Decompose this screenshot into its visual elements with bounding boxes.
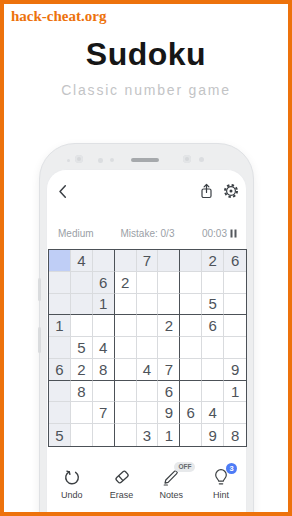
cell-r4c4[interactable] bbox=[115, 315, 137, 337]
cell-r1c4[interactable] bbox=[115, 250, 137, 272]
cell-r5c6[interactable] bbox=[158, 337, 180, 359]
bezel-sensor-dot bbox=[98, 158, 103, 163]
timer: 00:03 bbox=[202, 228, 227, 239]
cell-r9c1[interactable]: 5 bbox=[49, 424, 71, 446]
undo-label: Undo bbox=[61, 490, 83, 500]
cell-r8c6[interactable]: 9 bbox=[158, 402, 180, 424]
hint-button[interactable]: 3 Hint bbox=[198, 467, 244, 500]
nav-bar bbox=[57, 183, 238, 199]
cell-r6c2[interactable]: 2 bbox=[71, 359, 93, 381]
cell-r1c1[interactable] bbox=[49, 250, 71, 272]
cell-r7c8[interactable] bbox=[202, 381, 224, 403]
bezel-sensor-dot bbox=[110, 158, 114, 162]
pause-icon[interactable] bbox=[230, 229, 237, 238]
cell-r4c7[interactable] bbox=[180, 315, 202, 337]
settings-gear-icon[interactable] bbox=[224, 184, 238, 198]
undo-button[interactable]: Undo bbox=[49, 467, 95, 500]
cell-r2c9[interactable] bbox=[224, 272, 246, 294]
cell-r1c7[interactable] bbox=[180, 250, 202, 272]
cell-r8c1[interactable] bbox=[49, 402, 71, 424]
cell-r2c2[interactable] bbox=[71, 272, 93, 294]
sudoku-board: 4726621512654628479861796453198 bbox=[48, 249, 247, 447]
cell-r7c6[interactable]: 6 bbox=[158, 381, 180, 403]
cell-r6c1[interactable]: 6 bbox=[49, 359, 71, 381]
cell-r9c4[interactable] bbox=[115, 424, 137, 446]
phone-side-button bbox=[38, 327, 41, 353]
cell-r6c5[interactable]: 4 bbox=[137, 359, 159, 381]
cell-r1c5[interactable]: 7 bbox=[137, 250, 159, 272]
cell-r4c9[interactable] bbox=[224, 315, 246, 337]
notes-label: Notes bbox=[160, 490, 184, 500]
cell-r6c8[interactable] bbox=[202, 359, 224, 381]
cell-r4c3[interactable] bbox=[93, 315, 115, 337]
cell-r7c4[interactable] bbox=[115, 381, 137, 403]
cell-r2c1[interactable] bbox=[49, 272, 71, 294]
difficulty-label[interactable]: Medium bbox=[58, 228, 121, 239]
hint-count-badge: 3 bbox=[226, 463, 237, 474]
bezel-sensor-dot bbox=[67, 159, 70, 162]
cell-r4c5[interactable] bbox=[137, 315, 159, 337]
watermark-text: hack-cheat.org bbox=[11, 8, 106, 25]
share-icon[interactable] bbox=[200, 183, 213, 199]
cell-r1c6[interactable] bbox=[158, 250, 180, 272]
cell-r2c7[interactable] bbox=[180, 272, 202, 294]
cell-r9c3[interactable] bbox=[93, 424, 115, 446]
cell-r6c7[interactable] bbox=[180, 359, 202, 381]
eraser-icon bbox=[112, 467, 132, 487]
cell-r7c5[interactable] bbox=[137, 381, 159, 403]
cell-r9c7[interactable] bbox=[180, 424, 202, 446]
phone-mockup: Medium Mistake: 0/3 00:03 47266215126546… bbox=[39, 143, 254, 516]
cell-r3c9[interactable] bbox=[224, 294, 246, 316]
page-title: Sudoku bbox=[4, 38, 288, 70]
phone-screen: Medium Mistake: 0/3 00:03 47266215126546… bbox=[46, 169, 247, 516]
cell-r3c6[interactable] bbox=[158, 294, 180, 316]
front-camera bbox=[75, 155, 83, 163]
cell-r9c2[interactable] bbox=[71, 424, 93, 446]
cell-r3c2[interactable] bbox=[71, 294, 93, 316]
back-icon[interactable] bbox=[57, 184, 68, 199]
lightbulb-icon: 3 bbox=[211, 467, 231, 487]
cell-r8c9[interactable] bbox=[224, 402, 246, 424]
cell-r3c8[interactable]: 5 bbox=[202, 294, 224, 316]
cell-r3c7[interactable] bbox=[180, 294, 202, 316]
cell-r2c5[interactable] bbox=[137, 272, 159, 294]
cell-r1c3[interactable] bbox=[93, 250, 115, 272]
cell-r7c3[interactable] bbox=[93, 381, 115, 403]
cell-r5c1[interactable] bbox=[49, 337, 71, 359]
erase-label: Erase bbox=[110, 490, 134, 500]
cell-r5c8[interactable] bbox=[202, 337, 224, 359]
cell-r6c9[interactable]: 9 bbox=[224, 359, 246, 381]
cell-r4c8[interactable]: 6 bbox=[202, 315, 224, 337]
erase-button[interactable]: Erase bbox=[99, 467, 145, 500]
cell-r7c9[interactable]: 1 bbox=[224, 381, 246, 403]
toolbar: Undo Erase OFF Notes bbox=[47, 467, 246, 500]
cell-r9c8[interactable]: 9 bbox=[202, 424, 224, 446]
cell-r1c2[interactable]: 4 bbox=[71, 250, 93, 272]
cell-r3c3[interactable]: 1 bbox=[93, 294, 115, 316]
cell-r9c5[interactable]: 3 bbox=[137, 424, 159, 446]
cell-r2c3[interactable]: 6 bbox=[93, 272, 115, 294]
cell-r8c7[interactable]: 6 bbox=[180, 402, 202, 424]
cell-r8c5[interactable] bbox=[137, 402, 159, 424]
cell-r9c6[interactable]: 1 bbox=[158, 424, 180, 446]
cell-r4c6[interactable]: 2 bbox=[158, 315, 180, 337]
cell-r5c9[interactable] bbox=[224, 337, 246, 359]
cell-r5c7[interactable] bbox=[180, 337, 202, 359]
cell-r4c2[interactable] bbox=[71, 315, 93, 337]
cell-r8c8[interactable]: 4 bbox=[202, 402, 224, 424]
undo-icon bbox=[62, 467, 82, 487]
mistakes-counter: Mistake: 0/3 bbox=[121, 228, 175, 239]
cell-r5c3[interactable]: 4 bbox=[93, 337, 115, 359]
status-bar: Medium Mistake: 0/3 00:03 bbox=[58, 226, 237, 240]
notes-off-badge: OFF bbox=[174, 462, 195, 472]
bezel-sensor-dot bbox=[199, 157, 204, 162]
cell-r8c3[interactable]: 7 bbox=[93, 402, 115, 424]
cell-r7c1[interactable] bbox=[49, 381, 71, 403]
cell-r6c3[interactable]: 8 bbox=[93, 359, 115, 381]
cell-r1c9[interactable]: 6 bbox=[224, 250, 246, 272]
cell-r5c4[interactable] bbox=[115, 337, 137, 359]
earpiece-speaker bbox=[131, 158, 159, 163]
page: hack-cheat.org Sudoku Classic number gam… bbox=[0, 0, 292, 516]
cell-r5c5[interactable] bbox=[137, 337, 159, 359]
cell-r3c1[interactable] bbox=[49, 294, 71, 316]
cell-r3c4[interactable] bbox=[115, 294, 137, 316]
front-camera-2 bbox=[183, 155, 191, 163]
cell-r7c2[interactable]: 8 bbox=[71, 381, 93, 403]
cell-r6c6[interactable]: 7 bbox=[158, 359, 180, 381]
cell-r5c2[interactable]: 5 bbox=[71, 337, 93, 359]
cell-r8c4[interactable] bbox=[115, 402, 137, 424]
cell-r8c2[interactable] bbox=[71, 402, 93, 424]
page-subtitle: Classic number game bbox=[4, 82, 288, 98]
phone-side-button bbox=[38, 278, 41, 301]
cell-r4c1[interactable]: 1 bbox=[49, 315, 71, 337]
cell-r2c8[interactable] bbox=[202, 272, 224, 294]
cell-r6c4[interactable] bbox=[115, 359, 137, 381]
cell-r3c5[interactable] bbox=[137, 294, 159, 316]
cell-r2c4[interactable]: 2 bbox=[115, 272, 137, 294]
notes-button[interactable]: OFF Notes bbox=[148, 467, 194, 500]
hint-label: Hint bbox=[213, 490, 229, 500]
cell-r2c6[interactable] bbox=[158, 272, 180, 294]
cell-r7c7[interactable] bbox=[180, 381, 202, 403]
cell-r9c9[interactable]: 8 bbox=[224, 424, 246, 446]
pencil-icon: OFF bbox=[161, 467, 181, 487]
cell-r1c8[interactable]: 2 bbox=[202, 250, 224, 272]
